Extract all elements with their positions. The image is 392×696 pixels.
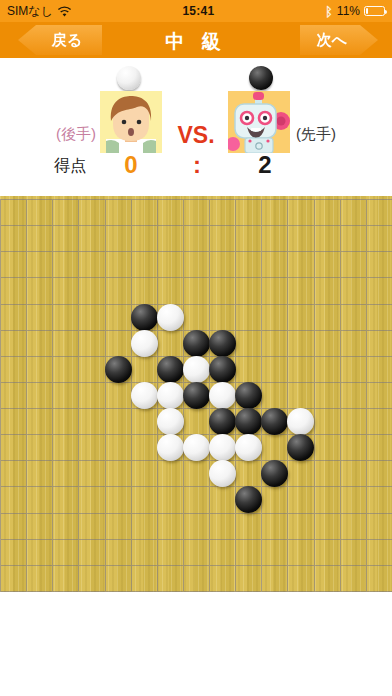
board-cell-12-3[interactable] xyxy=(314,277,340,303)
board-cell-9-7[interactable] xyxy=(235,382,261,408)
board-cell-5-4[interactable] xyxy=(131,304,157,330)
board-cell-6-2[interactable] xyxy=(157,251,183,277)
board-cell-6-0[interactable] xyxy=(157,199,183,225)
black-stone xyxy=(235,382,262,409)
board-cell-5-0[interactable] xyxy=(131,199,157,225)
white-stone xyxy=(209,434,236,461)
black-stone xyxy=(261,408,288,435)
white-stone xyxy=(183,356,210,383)
vs-label: VS. xyxy=(160,122,232,149)
board-cell-11-2[interactable] xyxy=(287,251,313,277)
board-cell-5-6[interactable] xyxy=(131,356,157,382)
board-cell-10-13[interactable] xyxy=(261,539,287,565)
board-cell-13-0[interactable] xyxy=(340,199,366,225)
board-cell-1-11[interactable] xyxy=(26,486,52,512)
board-cell-6-3[interactable] xyxy=(157,277,183,303)
board-cell-14-14[interactable] xyxy=(366,565,392,591)
board-cell-4-12[interactable] xyxy=(105,513,131,539)
board-cell-1-12[interactable] xyxy=(26,513,52,539)
board-cell-9-1[interactable] xyxy=(235,225,261,251)
board-cell-7-12[interactable] xyxy=(183,513,209,539)
board-cell-10-4[interactable] xyxy=(261,304,287,330)
board-cell-6-9[interactable] xyxy=(157,434,183,460)
board-cell-6-5[interactable] xyxy=(157,330,183,356)
board-cell-12-0[interactable] xyxy=(314,199,340,225)
board-cell-1-9[interactable] xyxy=(26,434,52,460)
board-cell-0-4[interactable] xyxy=(0,304,26,330)
board-cell-6-11[interactable] xyxy=(157,486,183,512)
board-cell-0-0[interactable] xyxy=(0,199,26,225)
board-cell-13-10[interactable] xyxy=(340,460,366,486)
board-cell-14-8[interactable] xyxy=(366,408,392,434)
board-cell-12-6[interactable] xyxy=(314,356,340,382)
board-cell-6-14[interactable] xyxy=(157,565,183,591)
board-cell-11-0[interactable] xyxy=(287,199,313,225)
board-cell-13-13[interactable] xyxy=(340,539,366,565)
white-stone xyxy=(157,382,184,409)
board-cell-1-5[interactable] xyxy=(26,330,52,356)
left-player-role: (後手) xyxy=(30,125,96,144)
board-cell-5-13[interactable] xyxy=(131,539,157,565)
white-stone-indicator xyxy=(117,66,141,90)
board-cell-4-10[interactable] xyxy=(105,460,131,486)
board-cell-0-6[interactable] xyxy=(0,356,26,382)
board-cell-8-5[interactable] xyxy=(209,330,235,356)
board-cell-0-2[interactable] xyxy=(0,251,26,277)
board-cell-9-9[interactable] xyxy=(235,434,261,460)
board-cell-0-1[interactable] xyxy=(0,225,26,251)
board-cell-10-12[interactable] xyxy=(261,513,287,539)
board-cell-2-8[interactable] xyxy=(52,408,78,434)
black-stone xyxy=(287,434,314,461)
board-cell-12-9[interactable] xyxy=(314,434,340,460)
board-cell-2-1[interactable] xyxy=(52,225,78,251)
board-cell-3-2[interactable] xyxy=(78,251,104,277)
board-cell-5-9[interactable] xyxy=(131,434,157,460)
board-cell-4-6[interactable] xyxy=(105,356,131,382)
board-cell-12-5[interactable] xyxy=(314,330,340,356)
board-cell-0-12[interactable] xyxy=(0,513,26,539)
board-cell-13-8[interactable] xyxy=(340,408,366,434)
board-cell-10-14[interactable] xyxy=(261,565,287,591)
board-cell-13-11[interactable] xyxy=(340,486,366,512)
board-cell-12-7[interactable] xyxy=(314,382,340,408)
board-cell-2-13[interactable] xyxy=(52,539,78,565)
board-cell-11-12[interactable] xyxy=(287,513,313,539)
battery-percent: 11% xyxy=(337,4,360,18)
board-cell-6-7[interactable] xyxy=(157,382,183,408)
board-cell-1-0[interactable] xyxy=(26,199,52,225)
board-cell-10-6[interactable] xyxy=(261,356,287,382)
board-cell-14-11[interactable] xyxy=(366,486,392,512)
board-cell-9-0[interactable] xyxy=(235,199,261,225)
board-cell-13-14[interactable] xyxy=(340,565,366,591)
board-cell-13-9[interactable] xyxy=(340,434,366,460)
right-player-role: (先手) xyxy=(296,125,362,144)
board-cell-9-6[interactable] xyxy=(235,356,261,382)
board-cell-12-13[interactable] xyxy=(314,539,340,565)
board-cell-12-2[interactable] xyxy=(314,251,340,277)
white-stone xyxy=(131,330,158,357)
board-cell-5-5[interactable] xyxy=(131,330,157,356)
white-stone xyxy=(157,408,184,435)
board-cell-0-10[interactable] xyxy=(0,460,26,486)
board-cell-11-6[interactable] xyxy=(287,356,313,382)
board-cell-11-1[interactable] xyxy=(287,225,313,251)
board-cell-9-4[interactable] xyxy=(235,304,261,330)
clock: 15:41 xyxy=(72,4,325,18)
board-cell-12-12[interactable] xyxy=(314,513,340,539)
board-cell-1-14[interactable] xyxy=(26,565,52,591)
white-stone xyxy=(287,408,314,435)
board-cell-2-5[interactable] xyxy=(52,330,78,356)
board-cell-14-1[interactable] xyxy=(366,225,392,251)
board-cell-10-8[interactable] xyxy=(261,408,287,434)
board-cell-13-2[interactable] xyxy=(340,251,366,277)
app-screen: SIMなし 15:41 ᛒ 11% 戻る 中 級 次へ xyxy=(0,0,392,696)
board-cell-10-9[interactable] xyxy=(261,434,287,460)
wifi-icon xyxy=(57,6,72,17)
board-grid xyxy=(0,196,392,592)
white-stone xyxy=(209,382,236,409)
board-cell-7-9[interactable] xyxy=(183,434,209,460)
board-cell-8-8[interactable] xyxy=(209,408,235,434)
board-cell-7-8[interactable] xyxy=(183,408,209,434)
board-cell-1-4[interactable] xyxy=(26,304,52,330)
board-cell-6-10[interactable] xyxy=(157,460,183,486)
board-cell-13-5[interactable] xyxy=(340,330,366,356)
board-cell-11-10[interactable] xyxy=(287,460,313,486)
board-cell-2-10[interactable] xyxy=(52,460,78,486)
board-cell-7-3[interactable] xyxy=(183,277,209,303)
board-cell-14-2[interactable] xyxy=(366,251,392,277)
board-cell-2-2[interactable] xyxy=(52,251,78,277)
board-cell-12-10[interactable] xyxy=(314,460,340,486)
battery-icon xyxy=(364,6,385,16)
board-cell-2-12[interactable] xyxy=(52,513,78,539)
board-cell-9-5[interactable] xyxy=(235,330,261,356)
white-stone xyxy=(157,304,184,331)
board-cell-3-5[interactable] xyxy=(78,330,104,356)
board-cell-6-1[interactable] xyxy=(157,225,183,251)
board-cell-4-9[interactable] xyxy=(105,434,131,460)
board-cell-6-4[interactable] xyxy=(157,304,183,330)
board-cell-0-11[interactable] xyxy=(0,486,26,512)
board-cell-11-3[interactable] xyxy=(287,277,313,303)
board-cell-11-9[interactable] xyxy=(287,434,313,460)
black-stone xyxy=(209,408,236,435)
board-cell-2-6[interactable] xyxy=(52,356,78,382)
board-cell-13-6[interactable] xyxy=(340,356,366,382)
board-cell-1-7[interactable] xyxy=(26,382,52,408)
black-stone xyxy=(209,356,236,383)
board-cell-3-11[interactable] xyxy=(78,486,104,512)
white-stone xyxy=(183,434,210,461)
black-stone xyxy=(261,460,288,487)
board-cell-5-8[interactable] xyxy=(131,408,157,434)
board-cell-4-14[interactable] xyxy=(105,565,131,591)
board-cell-14-13[interactable] xyxy=(366,539,392,565)
board-cell-0-3[interactable] xyxy=(0,277,26,303)
board-cell-13-12[interactable] xyxy=(340,513,366,539)
white-stone xyxy=(235,434,262,461)
board-cell-7-10[interactable] xyxy=(183,460,209,486)
board-cell-9-8[interactable] xyxy=(235,408,261,434)
board-cell-11-7[interactable] xyxy=(287,382,313,408)
board-cell-3-4[interactable] xyxy=(78,304,104,330)
board-cell-9-3[interactable] xyxy=(235,277,261,303)
board-cell-7-11[interactable] xyxy=(183,486,209,512)
board-cell-5-12[interactable] xyxy=(131,513,157,539)
board-cell-2-9[interactable] xyxy=(52,434,78,460)
board-cell-7-2[interactable] xyxy=(183,251,209,277)
board-cell-11-5[interactable] xyxy=(287,330,313,356)
board-cell-3-6[interactable] xyxy=(78,356,104,382)
board-cell-5-10[interactable] xyxy=(131,460,157,486)
board-cell-1-6[interactable] xyxy=(26,356,52,382)
board-cell-7-7[interactable] xyxy=(183,382,209,408)
board-cell-3-12[interactable] xyxy=(78,513,104,539)
board-cell-14-5[interactable] xyxy=(366,330,392,356)
board-cell-4-3[interactable] xyxy=(105,277,131,303)
board-cell-2-0[interactable] xyxy=(52,199,78,225)
board-cell-3-10[interactable] xyxy=(78,460,104,486)
board-cell-7-14[interactable] xyxy=(183,565,209,591)
board-cell-13-3[interactable] xyxy=(340,277,366,303)
board-cell-9-2[interactable] xyxy=(235,251,261,277)
board-cell-5-3[interactable] xyxy=(131,277,157,303)
board-cell-10-11[interactable] xyxy=(261,486,287,512)
board-cell-11-11[interactable] xyxy=(287,486,313,512)
board-cell-3-8[interactable] xyxy=(78,408,104,434)
board-cell-14-0[interactable] xyxy=(366,199,392,225)
board-cell-8-0[interactable] xyxy=(209,199,235,225)
black-stone-indicator xyxy=(249,66,273,90)
board-cell-9-13[interactable] xyxy=(235,539,261,565)
board-cell-3-9[interactable] xyxy=(78,434,104,460)
board-cell-5-2[interactable] xyxy=(131,251,157,277)
board-cell-10-0[interactable] xyxy=(261,199,287,225)
bluetooth-icon: ᛒ xyxy=(325,5,333,18)
robot-avatar xyxy=(228,91,290,153)
board-cell-10-2[interactable] xyxy=(261,251,287,277)
black-stone xyxy=(131,304,158,331)
board-cell-10-10[interactable] xyxy=(261,460,287,486)
board-cell-13-7[interactable] xyxy=(340,382,366,408)
board-cell-6-12[interactable] xyxy=(157,513,183,539)
board-cell-10-5[interactable] xyxy=(261,330,287,356)
board-cell-8-4[interactable] xyxy=(209,304,235,330)
board-cell-10-3[interactable] xyxy=(261,277,287,303)
black-stone xyxy=(235,408,262,435)
board-cell-1-10[interactable] xyxy=(26,460,52,486)
board-cell-4-8[interactable] xyxy=(105,408,131,434)
carrier-label: SIMなし xyxy=(7,3,53,20)
board-cell-2-4[interactable] xyxy=(52,304,78,330)
board-cell-0-9[interactable] xyxy=(0,434,26,460)
board-cell-4-5[interactable] xyxy=(105,330,131,356)
board-cell-9-14[interactable] xyxy=(235,565,261,591)
board-cell-8-10[interactable] xyxy=(209,460,235,486)
board-cell-12-4[interactable] xyxy=(314,304,340,330)
board-cell-7-13[interactable] xyxy=(183,539,209,565)
board-cell-0-5[interactable] xyxy=(0,330,26,356)
board-cell-9-10[interactable] xyxy=(235,460,261,486)
board-cell-2-7[interactable] xyxy=(52,382,78,408)
board-cell-4-7[interactable] xyxy=(105,382,131,408)
board-cell-4-4[interactable] xyxy=(105,304,131,330)
board-cell-5-1[interactable] xyxy=(131,225,157,251)
white-stone xyxy=(131,382,158,409)
board-cell-14-9[interactable] xyxy=(366,434,392,460)
board-cell-2-3[interactable] xyxy=(52,277,78,303)
board-cell-14-6[interactable] xyxy=(366,356,392,382)
status-bar: SIMなし 15:41 ᛒ 11% xyxy=(0,0,392,22)
board-cell-7-1[interactable] xyxy=(183,225,209,251)
board-cell-0-8[interactable] xyxy=(0,408,26,434)
board-cell-12-8[interactable] xyxy=(314,408,340,434)
board-cell-11-14[interactable] xyxy=(287,565,313,591)
board-cell-14-10[interactable] xyxy=(366,460,392,486)
board-cell-0-13[interactable] xyxy=(0,539,26,565)
board-cell-0-7[interactable] xyxy=(0,382,26,408)
board-cell-6-8[interactable] xyxy=(157,408,183,434)
board-cell-8-12[interactable] xyxy=(209,513,235,539)
board-cell-4-11[interactable] xyxy=(105,486,131,512)
board-cell-3-7[interactable] xyxy=(78,382,104,408)
black-stone xyxy=(157,356,184,383)
board-cell-2-11[interactable] xyxy=(52,486,78,512)
board-cell-0-14[interactable] xyxy=(0,565,26,591)
bottom-spacer xyxy=(0,592,392,695)
board-cell-7-6[interactable] xyxy=(183,356,209,382)
board-cell-1-3[interactable] xyxy=(26,277,52,303)
board-cell-1-8[interactable] xyxy=(26,408,52,434)
score-label: 得点 xyxy=(54,156,86,177)
board-cell-4-2[interactable] xyxy=(105,251,131,277)
match-panel: (後手) VS. (先手) 得点 0 : 2 xyxy=(0,58,392,196)
white-stone xyxy=(209,460,236,487)
board-cell-14-7[interactable] xyxy=(366,382,392,408)
board-cell-5-7[interactable] xyxy=(131,382,157,408)
board-cell-11-4[interactable] xyxy=(287,304,313,330)
board-cell-6-13[interactable] xyxy=(157,539,183,565)
black-stone xyxy=(209,330,236,357)
board-cell-14-3[interactable] xyxy=(366,277,392,303)
score-separator: : xyxy=(177,151,217,179)
left-score: 0 xyxy=(111,151,151,179)
board-cell-8-13[interactable] xyxy=(209,539,235,565)
white-stone xyxy=(157,434,184,461)
board-cell-13-1[interactable] xyxy=(340,225,366,251)
board-cell-5-14[interactable] xyxy=(131,565,157,591)
board-cell-3-13[interactable] xyxy=(78,539,104,565)
black-stone xyxy=(235,486,262,513)
board-cell-8-9[interactable] xyxy=(209,434,235,460)
board-cell-4-13[interactable] xyxy=(105,539,131,565)
board-cell-12-14[interactable] xyxy=(314,565,340,591)
board-cell-1-1[interactable] xyxy=(26,225,52,251)
black-stone xyxy=(105,356,132,383)
board-cell-10-7[interactable] xyxy=(261,382,287,408)
board-cell-1-13[interactable] xyxy=(26,539,52,565)
board-cell-14-12[interactable] xyxy=(366,513,392,539)
board-cell-10-1[interactable] xyxy=(261,225,287,251)
right-score: 2 xyxy=(245,151,285,179)
nav-header: 戻る 中 級 次へ xyxy=(0,22,392,58)
board-cell-6-6[interactable] xyxy=(157,356,183,382)
board-cell-8-6[interactable] xyxy=(209,356,235,382)
board-cell-9-12[interactable] xyxy=(235,513,261,539)
board-cell-4-1[interactable] xyxy=(105,225,131,251)
board-cell-3-0[interactable] xyxy=(78,199,104,225)
board-cell-12-11[interactable] xyxy=(314,486,340,512)
board-cell-4-0[interactable] xyxy=(105,199,131,225)
board-cell-3-14[interactable] xyxy=(78,565,104,591)
board-cell-11-8[interactable] xyxy=(287,408,313,434)
board-cell-14-4[interactable] xyxy=(366,304,392,330)
board-cell-1-2[interactable] xyxy=(26,251,52,277)
board-cell-8-3[interactable] xyxy=(209,277,235,303)
board-cell-7-4[interactable] xyxy=(183,304,209,330)
board-cell-12-1[interactable] xyxy=(314,225,340,251)
board-cell-13-4[interactable] xyxy=(340,304,366,330)
board-cell-2-14[interactable] xyxy=(52,565,78,591)
board-cell-3-3[interactable] xyxy=(78,277,104,303)
board-cell-3-1[interactable] xyxy=(78,225,104,251)
board-cell-7-0[interactable] xyxy=(183,199,209,225)
board-cell-8-11[interactable] xyxy=(209,486,235,512)
black-stone xyxy=(183,382,210,409)
board-cell-11-13[interactable] xyxy=(287,539,313,565)
board-cell-8-2[interactable] xyxy=(209,251,235,277)
board-cell-9-11[interactable] xyxy=(235,486,261,512)
board-cell-8-7[interactable] xyxy=(209,382,235,408)
human-avatar xyxy=(100,91,162,153)
board-cell-8-1[interactable] xyxy=(209,225,235,251)
board-cell-8-14[interactable] xyxy=(209,565,235,591)
board-cell-7-5[interactable] xyxy=(183,330,209,356)
board-cell-5-11[interactable] xyxy=(131,486,157,512)
black-stone xyxy=(183,330,210,357)
